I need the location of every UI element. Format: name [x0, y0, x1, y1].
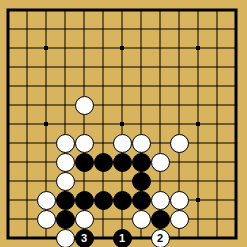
stone-white — [56, 172, 75, 191]
stone-black — [113, 191, 132, 210]
stone-black — [94, 153, 113, 172]
star-point — [44, 122, 48, 126]
stone-white — [56, 153, 75, 172]
star-point — [196, 122, 200, 126]
stone-black — [75, 191, 94, 210]
stone-white — [37, 210, 56, 229]
star-point — [196, 46, 200, 50]
stone-white — [170, 210, 189, 229]
stone-white — [75, 96, 94, 115]
stone-black — [56, 191, 75, 210]
move-number-label: 1 — [119, 233, 125, 244]
stone-white — [75, 134, 94, 153]
stone-black — [132, 191, 151, 210]
stone-white — [113, 134, 132, 153]
stone-white — [37, 191, 56, 210]
stone-black — [151, 210, 170, 229]
star-point — [120, 46, 124, 50]
go-board-diagram: 312 — [0, 0, 247, 247]
star-point — [120, 122, 124, 126]
stone-white — [75, 210, 94, 229]
stone-black — [75, 153, 94, 172]
stone-white — [132, 210, 151, 229]
stone-white — [151, 191, 170, 210]
stone-white — [56, 229, 75, 247]
star-point — [44, 46, 48, 50]
stone-white: 2 — [151, 229, 170, 247]
stone-white — [151, 153, 170, 172]
board-grid — [0, 0, 247, 247]
move-number-label: 2 — [157, 233, 163, 244]
stone-black — [56, 210, 75, 229]
stone-black: 3 — [75, 229, 94, 247]
stone-black — [113, 153, 132, 172]
move-number-label: 3 — [81, 233, 87, 244]
stone-black: 1 — [113, 229, 132, 247]
stone-black — [132, 172, 151, 191]
star-point — [196, 198, 200, 202]
stone-white — [170, 134, 189, 153]
stone-white — [56, 134, 75, 153]
stone-white — [132, 134, 151, 153]
stone-white — [170, 191, 189, 210]
stone-black — [132, 153, 151, 172]
stone-black — [94, 191, 113, 210]
